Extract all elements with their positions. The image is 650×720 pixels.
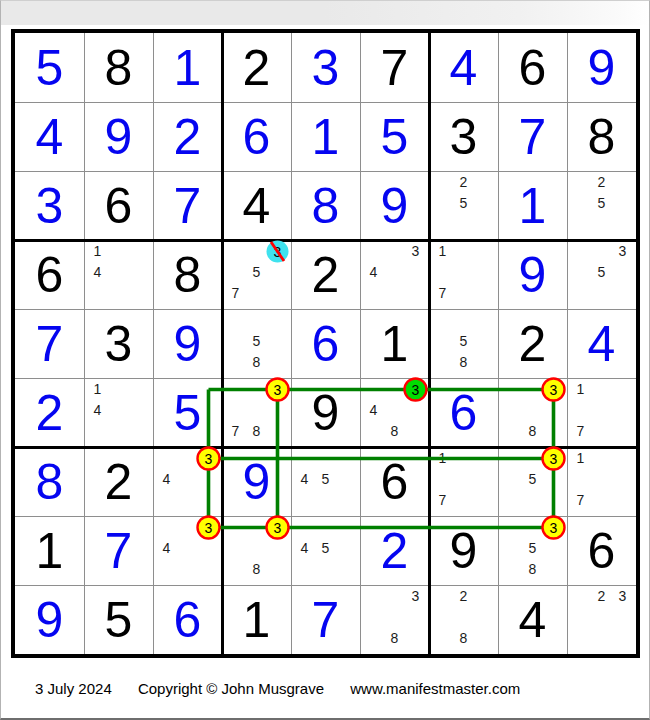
solved-digit: 4 <box>567 309 636 378</box>
solved-digit: 1 <box>291 102 360 171</box>
cell-r9c8[interactable]: 4 <box>498 585 567 654</box>
pencil-mark: 8 <box>246 352 267 373</box>
cell-r9c6[interactable]: 38 <box>360 585 429 654</box>
solved-digit: 7 <box>84 516 153 585</box>
pencil-mark: 1 <box>432 241 453 262</box>
solved-digit: 6 <box>291 309 360 378</box>
cell-r3c1[interactable]: 3 <box>15 171 84 240</box>
given-digit: 1 <box>222 585 291 654</box>
pencil-mark: 5 <box>315 538 336 559</box>
pencil-mark: 1 <box>87 379 108 400</box>
cell-r1c3[interactable]: 1 <box>153 33 222 102</box>
cell-r5c1[interactable]: 7 <box>15 309 84 378</box>
solved-digit: 4 <box>15 102 84 171</box>
pencil-mark: 4 <box>363 400 384 421</box>
solved-digit: 2 <box>153 102 222 171</box>
given-digit: 8 <box>567 102 636 171</box>
pencil-mark: 1 <box>87 241 108 262</box>
pencil-mark: 1 <box>570 448 591 469</box>
pencil-mark: 7 <box>225 421 246 442</box>
cell-r3c2[interactable]: 6 <box>84 171 153 240</box>
cell-r2c5[interactable]: 1 <box>291 102 360 171</box>
cell-r6c5[interactable]: 9 <box>291 378 360 447</box>
given-digit: 6 <box>567 516 636 585</box>
given-digit: 2 <box>291 240 360 309</box>
pencil-mark: 3 <box>405 241 426 262</box>
pencil-mark: 4 <box>294 538 315 559</box>
cell-r7c9[interactable]: 17 <box>567 447 636 516</box>
pencil-mark: 5 <box>453 193 474 214</box>
cell-r7c6[interactable]: 6 <box>360 447 429 516</box>
cell-r9c5[interactable]: 7 <box>291 585 360 654</box>
cell-r9c9[interactable]: 23 <box>567 585 636 654</box>
solved-digit: 8 <box>291 171 360 240</box>
pencil-mark: 8 <box>522 421 543 442</box>
given-digit: 9 <box>429 516 498 585</box>
cell-r5c9[interactable]: 4 <box>567 309 636 378</box>
pencil-mark: 5 <box>246 331 267 352</box>
cell-r2c8[interactable]: 7 <box>498 102 567 171</box>
cell-r4c2[interactable]: 14 <box>84 240 153 309</box>
pencil-mark: 8 <box>246 421 267 442</box>
cell-r2c4[interactable]: 6 <box>222 102 291 171</box>
cell-r1c1[interactable]: 5 <box>15 33 84 102</box>
sudoku-grid: 5812374694926153783674892512561485723417… <box>15 33 636 654</box>
given-digit: 7 <box>360 33 429 102</box>
pencil-mark: 7 <box>570 490 591 511</box>
cell-r7c2[interactable]: 2 <box>84 447 153 516</box>
cell-r3c6[interactable]: 9 <box>360 171 429 240</box>
cell-r5c4[interactable]: 58 <box>222 309 291 378</box>
cell-r5c6[interactable]: 1 <box>360 309 429 378</box>
cell-r3c7[interactable]: 25 <box>429 171 498 240</box>
cell-r3c5[interactable]: 8 <box>291 171 360 240</box>
cell-r2c1[interactable]: 4 <box>15 102 84 171</box>
cell-r8c6[interactable]: 2 <box>360 516 429 585</box>
solved-digit: 2 <box>15 378 84 447</box>
pencil-mark: 5 <box>453 331 474 352</box>
cell-r4c5[interactable]: 2 <box>291 240 360 309</box>
solved-digit: 7 <box>153 171 222 240</box>
cell-r4c9[interactable]: 35 <box>567 240 636 309</box>
pencil-mark: 8 <box>453 628 474 649</box>
pencil-mark: 2 <box>591 172 612 193</box>
cell-r9c4[interactable]: 1 <box>222 585 291 654</box>
solved-digit: 6 <box>222 102 291 171</box>
solved-digit: 9 <box>153 309 222 378</box>
footer-website: www.manifestmaster.com <box>350 680 520 697</box>
cell-r8c1[interactable]: 1 <box>15 516 84 585</box>
cell-r7c3[interactable]: 4 <box>153 447 222 516</box>
cell-r4c3[interactable]: 8 <box>153 240 222 309</box>
footer: 3 July 2024 Copyright © John Musgrave ww… <box>35 680 542 697</box>
cell-r1c8[interactable]: 6 <box>498 33 567 102</box>
cell-r9c2[interactable]: 5 <box>84 585 153 654</box>
cell-r6c3[interactable]: 5 <box>153 378 222 447</box>
solved-digit: 8 <box>15 447 84 516</box>
screenshot-root: 5812374694926153783674892512561485723417… <box>0 0 650 720</box>
cell-r9c1[interactable]: 9 <box>15 585 84 654</box>
given-digit: 8 <box>84 33 153 102</box>
cell-r6c2[interactable]: 14 <box>84 378 153 447</box>
cell-r1c6[interactable]: 7 <box>360 33 429 102</box>
pencil-mark: 4 <box>87 400 108 421</box>
pencil-mark: 5 <box>522 538 543 559</box>
cell-r2c3[interactable]: 2 <box>153 102 222 171</box>
given-digit: 2 <box>222 33 291 102</box>
cell-r8c7[interactable]: 9 <box>429 516 498 585</box>
given-digit: 6 <box>498 33 567 102</box>
cell-r7c8[interactable]: 5 <box>498 447 567 516</box>
given-digit: 8 <box>153 240 222 309</box>
solved-digit: 9 <box>498 240 567 309</box>
given-digit: 4 <box>498 585 567 654</box>
cell-r8c5[interactable]: 45 <box>291 516 360 585</box>
given-digit: 5 <box>84 585 153 654</box>
pencil-mark: 7 <box>432 283 453 304</box>
pencil-mark: 8 <box>384 628 405 649</box>
pencil-mark: 3 <box>612 241 633 262</box>
given-digit: 3 <box>84 309 153 378</box>
cell-r7c7[interactable]: 17 <box>429 447 498 516</box>
pencil-mark: 7 <box>570 421 591 442</box>
given-digit: 1 <box>360 309 429 378</box>
solved-digit: 6 <box>429 378 498 447</box>
pencil-mark: 5 <box>315 469 336 490</box>
footer-date: 3 July 2024 <box>35 680 112 697</box>
cell-r6c6[interactable]: 48 <box>360 378 429 447</box>
cell-r2c9[interactable]: 8 <box>567 102 636 171</box>
pencil-mark: 5 <box>246 262 267 283</box>
solved-digit: 9 <box>15 585 84 654</box>
solved-digit: 3 <box>291 33 360 102</box>
pencil-mark: 4 <box>156 469 177 490</box>
cell-r6c7[interactable]: 6 <box>429 378 498 447</box>
cell-r9c7[interactable]: 28 <box>429 585 498 654</box>
footer-copyright: Copyright © John Musgrave <box>138 680 324 697</box>
cell-r6c9[interactable]: 17 <box>567 378 636 447</box>
solved-digit: 4 <box>429 33 498 102</box>
pencil-mark: 2 <box>453 586 474 607</box>
cell-r2c7[interactable]: 3 <box>429 102 498 171</box>
pencil-mark: 8 <box>522 559 543 580</box>
cell-r4c7[interactable]: 17 <box>429 240 498 309</box>
solved-digit: 9 <box>222 447 291 516</box>
cell-r3c8[interactable]: 1 <box>498 171 567 240</box>
cell-r6c1[interactable]: 2 <box>15 378 84 447</box>
cell-r4c1[interactable]: 6 <box>15 240 84 309</box>
cell-r1c9[interactable]: 9 <box>567 33 636 102</box>
given-digit: 1 <box>15 516 84 585</box>
cell-r4c6[interactable]: 34 <box>360 240 429 309</box>
cell-r4c8[interactable]: 9 <box>498 240 567 309</box>
cell-r8c4[interactable]: 8 <box>222 516 291 585</box>
solved-digit: 5 <box>15 33 84 102</box>
pencil-mark: 7 <box>432 490 453 511</box>
cell-r8c2[interactable]: 7 <box>84 516 153 585</box>
solved-digit: 7 <box>291 585 360 654</box>
pencil-mark: 5 <box>591 193 612 214</box>
solved-digit: 9 <box>567 33 636 102</box>
given-digit: 4 <box>222 171 291 240</box>
cell-r1c7[interactable]: 4 <box>429 33 498 102</box>
pencil-mark: 1 <box>432 448 453 469</box>
solved-digit: 7 <box>498 102 567 171</box>
solved-digit: 3 <box>15 171 84 240</box>
cell-r8c8[interactable]: 58 <box>498 516 567 585</box>
pencil-mark: 7 <box>225 283 246 304</box>
cell-r6c4[interactable]: 78 <box>222 378 291 447</box>
pencil-mark: 5 <box>522 469 543 490</box>
cell-r3c3[interactable]: 7 <box>153 171 222 240</box>
cell-r8c3[interactable]: 4 <box>153 516 222 585</box>
cell-r6c8[interactable]: 8 <box>498 378 567 447</box>
pencil-mark: 2 <box>591 586 612 607</box>
cell-r5c5[interactable]: 6 <box>291 309 360 378</box>
pencil-mark: 8 <box>246 559 267 580</box>
cell-r9c3[interactable]: 6 <box>153 585 222 654</box>
solved-digit: 7 <box>15 309 84 378</box>
pencil-mark: 4 <box>156 538 177 559</box>
cell-r5c8[interactable]: 2 <box>498 309 567 378</box>
cell-r7c5[interactable]: 45 <box>291 447 360 516</box>
given-digit: 6 <box>15 240 84 309</box>
pencil-mark: 4 <box>294 469 315 490</box>
cell-r1c2[interactable]: 8 <box>84 33 153 102</box>
cell-r5c3[interactable]: 9 <box>153 309 222 378</box>
solved-digit: 9 <box>84 102 153 171</box>
solved-digit: 2 <box>360 516 429 585</box>
pencil-mark: 8 <box>453 352 474 373</box>
cell-r4c4[interactable]: 57 <box>222 240 291 309</box>
solved-digit: 1 <box>498 171 567 240</box>
pencil-mark: 4 <box>87 262 108 283</box>
solved-digit: 1 <box>153 33 222 102</box>
given-digit: 9 <box>291 378 360 447</box>
cell-r8c9[interactable]: 6 <box>567 516 636 585</box>
cell-r3c9[interactable]: 25 <box>567 171 636 240</box>
cell-r1c4[interactable]: 2 <box>222 33 291 102</box>
cell-r2c2[interactable]: 9 <box>84 102 153 171</box>
solved-digit: 6 <box>153 585 222 654</box>
solved-digit: 9 <box>360 171 429 240</box>
solved-digit: 5 <box>153 378 222 447</box>
given-digit: 2 <box>84 447 153 516</box>
pencil-mark: 8 <box>384 421 405 442</box>
pencil-mark: 3 <box>612 586 633 607</box>
pencil-mark: 4 <box>363 262 384 283</box>
given-digit: 6 <box>84 171 153 240</box>
given-digit: 2 <box>498 309 567 378</box>
pencil-mark: 5 <box>591 262 612 283</box>
pencil-mark: 1 <box>570 379 591 400</box>
given-digit: 6 <box>360 447 429 516</box>
cell-r5c7[interactable]: 58 <box>429 309 498 378</box>
cell-r5c2[interactable]: 3 <box>84 309 153 378</box>
cell-r1c5[interactable]: 3 <box>291 33 360 102</box>
pencil-mark: 2 <box>453 172 474 193</box>
cell-r7c4[interactable]: 9 <box>222 447 291 516</box>
cell-r7c1[interactable]: 8 <box>15 447 84 516</box>
given-digit: 3 <box>429 102 498 171</box>
cell-r2c6[interactable]: 5 <box>360 102 429 171</box>
solved-digit: 5 <box>360 102 429 171</box>
pencil-mark: 3 <box>405 586 426 607</box>
window-toolbar <box>1 1 649 25</box>
sudoku-board: 5812374694926153783674892512561485723417… <box>11 29 640 658</box>
cell-r3c4[interactable]: 4 <box>222 171 291 240</box>
